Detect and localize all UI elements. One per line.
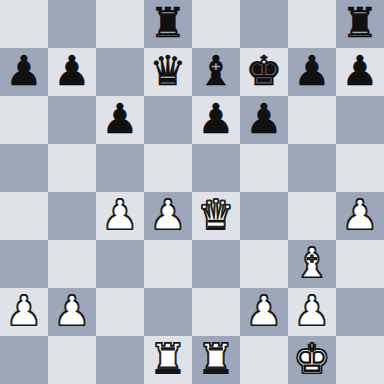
- square-e3[interactable]: [192, 240, 240, 288]
- black-rook[interactable]: ♜: [150, 0, 187, 47]
- square-h1[interactable]: [336, 336, 384, 384]
- white-pawn[interactable]: ♟: [150, 191, 187, 239]
- square-e7[interactable]: ♝: [192, 48, 240, 96]
- white-pawn[interactable]: ♟: [246, 287, 283, 335]
- black-pawn[interactable]: ♟: [246, 95, 283, 143]
- square-d1[interactable]: ♜: [144, 336, 192, 384]
- square-e1[interactable]: ♜: [192, 336, 240, 384]
- square-e6[interactable]: ♟: [192, 96, 240, 144]
- square-f5[interactable]: [240, 144, 288, 192]
- black-bishop[interactable]: ♝: [198, 47, 235, 95]
- square-f6[interactable]: ♟: [240, 96, 288, 144]
- square-b4[interactable]: [48, 192, 96, 240]
- chess-board-container: ♜♜♟♟♛♝♚♟♟♟♟♟♟♟♛♟♝♟♟♟♟♜♜♚: [0, 0, 384, 384]
- square-a6[interactable]: [0, 96, 48, 144]
- square-e8[interactable]: [192, 0, 240, 48]
- square-e5[interactable]: [192, 144, 240, 192]
- white-rook[interactable]: ♜: [198, 335, 235, 383]
- square-g7[interactable]: ♟: [288, 48, 336, 96]
- square-c2[interactable]: [96, 288, 144, 336]
- white-pawn[interactable]: ♟: [6, 287, 43, 335]
- square-g3[interactable]: ♝: [288, 240, 336, 288]
- square-a4[interactable]: [0, 192, 48, 240]
- square-c3[interactable]: [96, 240, 144, 288]
- square-a3[interactable]: [0, 240, 48, 288]
- white-king[interactable]: ♚: [294, 335, 331, 383]
- square-d8[interactable]: ♜: [144, 0, 192, 48]
- square-a5[interactable]: [0, 144, 48, 192]
- square-f2[interactable]: ♟: [240, 288, 288, 336]
- white-pawn[interactable]: ♟: [54, 287, 91, 335]
- square-d3[interactable]: [144, 240, 192, 288]
- black-pawn[interactable]: ♟: [342, 47, 379, 95]
- square-f8[interactable]: [240, 0, 288, 48]
- square-d6[interactable]: [144, 96, 192, 144]
- black-queen[interactable]: ♛: [150, 47, 187, 95]
- square-f1[interactable]: [240, 336, 288, 384]
- white-pawn[interactable]: ♟: [294, 287, 331, 335]
- square-h5[interactable]: [336, 144, 384, 192]
- square-g8[interactable]: [288, 0, 336, 48]
- square-g5[interactable]: [288, 144, 336, 192]
- black-pawn[interactable]: ♟: [294, 47, 331, 95]
- white-pawn[interactable]: ♟: [102, 191, 139, 239]
- square-h7[interactable]: ♟: [336, 48, 384, 96]
- square-b3[interactable]: [48, 240, 96, 288]
- square-g6[interactable]: [288, 96, 336, 144]
- white-pawn[interactable]: ♟: [342, 191, 379, 239]
- square-g4[interactable]: [288, 192, 336, 240]
- square-b7[interactable]: ♟: [48, 48, 96, 96]
- square-a7[interactable]: ♟: [0, 48, 48, 96]
- square-a2[interactable]: ♟: [0, 288, 48, 336]
- square-f4[interactable]: [240, 192, 288, 240]
- square-a8[interactable]: [0, 0, 48, 48]
- square-a1[interactable]: [0, 336, 48, 384]
- square-c4[interactable]: ♟: [96, 192, 144, 240]
- square-d7[interactable]: ♛: [144, 48, 192, 96]
- square-c5[interactable]: [96, 144, 144, 192]
- square-d4[interactable]: ♟: [144, 192, 192, 240]
- square-c6[interactable]: ♟: [96, 96, 144, 144]
- square-f7[interactable]: ♚: [240, 48, 288, 96]
- square-h2[interactable]: [336, 288, 384, 336]
- black-pawn[interactable]: ♟: [102, 95, 139, 143]
- square-h3[interactable]: [336, 240, 384, 288]
- square-h6[interactable]: [336, 96, 384, 144]
- square-h4[interactable]: ♟: [336, 192, 384, 240]
- square-h8[interactable]: ♜: [336, 0, 384, 48]
- black-rook[interactable]: ♜: [342, 0, 379, 47]
- square-e2[interactable]: [192, 288, 240, 336]
- black-king[interactable]: ♚: [246, 47, 283, 95]
- square-b5[interactable]: [48, 144, 96, 192]
- square-c7[interactable]: [96, 48, 144, 96]
- square-b8[interactable]: [48, 0, 96, 48]
- black-pawn[interactable]: ♟: [54, 47, 91, 95]
- square-c8[interactable]: [96, 0, 144, 48]
- black-pawn[interactable]: ♟: [198, 95, 235, 143]
- square-c1[interactable]: [96, 336, 144, 384]
- square-d2[interactable]: [144, 288, 192, 336]
- square-b1[interactable]: [48, 336, 96, 384]
- square-d5[interactable]: [144, 144, 192, 192]
- square-b2[interactable]: ♟: [48, 288, 96, 336]
- white-rook[interactable]: ♜: [150, 335, 187, 383]
- white-bishop[interactable]: ♝: [294, 239, 331, 287]
- square-g2[interactable]: ♟: [288, 288, 336, 336]
- square-g1[interactable]: ♚: [288, 336, 336, 384]
- white-queen[interactable]: ♛: [198, 191, 235, 239]
- black-pawn[interactable]: ♟: [6, 47, 43, 95]
- square-f3[interactable]: [240, 240, 288, 288]
- square-e4[interactable]: ♛: [192, 192, 240, 240]
- square-b6[interactable]: [48, 96, 96, 144]
- chess-board: ♜♜♟♟♛♝♚♟♟♟♟♟♟♟♛♟♝♟♟♟♟♜♜♚: [0, 0, 384, 384]
